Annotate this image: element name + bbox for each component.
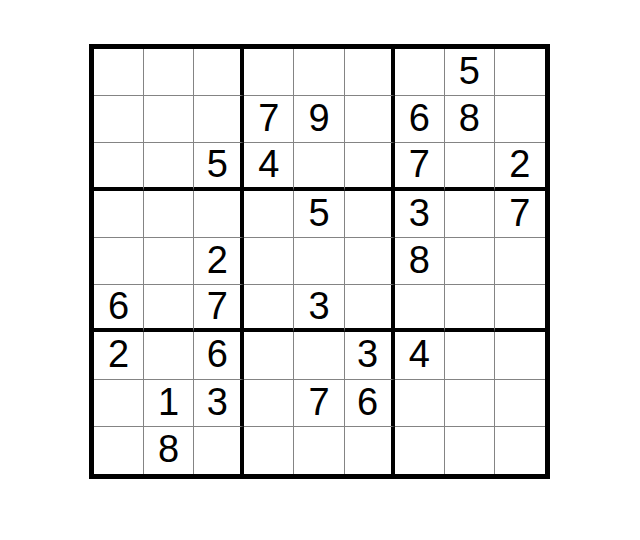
- cell-r8c8[interactable]: [445, 380, 495, 427]
- cell-r6c8[interactable]: [445, 285, 495, 332]
- cell-r8c1[interactable]: [94, 380, 144, 427]
- cell-r7c8[interactable]: [445, 332, 495, 379]
- cell-r2c8[interactable]: 8: [445, 96, 495, 143]
- cell-r9c7[interactable]: [395, 427, 445, 474]
- cell-r6c1[interactable]: 6: [94, 285, 144, 332]
- given-digit: 5: [207, 145, 228, 183]
- given-digit: 7: [207, 287, 228, 325]
- cell-r3c1[interactable]: [94, 143, 144, 190]
- cell-r3c7[interactable]: 7: [395, 143, 445, 190]
- given-digit: 4: [409, 335, 430, 373]
- cell-r5c1[interactable]: [94, 238, 144, 285]
- cell-r9c3[interactable]: [194, 427, 244, 474]
- given-digit: 4: [258, 145, 279, 183]
- cell-r7c3[interactable]: 6: [194, 332, 244, 379]
- given-digit: 2: [108, 335, 129, 373]
- cell-r1c8[interactable]: 5: [445, 49, 495, 96]
- cell-r2c7[interactable]: 6: [395, 96, 445, 143]
- cell-r1c4[interactable]: [244, 49, 294, 96]
- given-digit: 9: [308, 99, 329, 137]
- cell-r5c7[interactable]: 8: [395, 238, 445, 285]
- cell-r8c7[interactable]: [395, 380, 445, 427]
- cell-r4c9[interactable]: 7: [495, 191, 545, 238]
- cell-r2c4[interactable]: 7: [244, 96, 294, 143]
- given-digit: 3: [357, 335, 378, 373]
- cell-r1c9[interactable]: [495, 49, 545, 96]
- cell-r5c3[interactable]: 2: [194, 238, 244, 285]
- cell-r9c5[interactable]: [294, 427, 344, 474]
- given-digit: 8: [158, 430, 179, 468]
- cell-r4c7[interactable]: 3: [395, 191, 445, 238]
- given-digit: 2: [207, 241, 228, 279]
- cell-r1c2[interactable]: [144, 49, 194, 96]
- cell-r4c8[interactable]: [445, 191, 495, 238]
- cell-r8c9[interactable]: [495, 380, 545, 427]
- cell-r6c7[interactable]: [395, 285, 445, 332]
- cell-r9c8[interactable]: [445, 427, 495, 474]
- cell-r4c1[interactable]: [94, 191, 144, 238]
- cell-r6c6[interactable]: [345, 285, 395, 332]
- given-digit: 5: [459, 52, 480, 90]
- cell-r2c1[interactable]: [94, 96, 144, 143]
- given-digit: 3: [409, 194, 430, 232]
- cell-r4c4[interactable]: [244, 191, 294, 238]
- cell-r7c6[interactable]: 3: [345, 332, 395, 379]
- cell-r4c5[interactable]: 5: [294, 191, 344, 238]
- cell-r5c8[interactable]: [445, 238, 495, 285]
- given-digit: 6: [108, 287, 129, 325]
- given-digit: 3: [308, 287, 329, 325]
- cell-r7c9[interactable]: [495, 332, 545, 379]
- given-digit: 7: [409, 145, 430, 183]
- cell-r8c6[interactable]: 6: [345, 380, 395, 427]
- given-digit: 6: [357, 383, 378, 421]
- cell-r6c2[interactable]: [144, 285, 194, 332]
- cell-r6c9[interactable]: [495, 285, 545, 332]
- cell-r9c1[interactable]: [94, 427, 144, 474]
- cell-r1c6[interactable]: [345, 49, 395, 96]
- given-digit: 7: [258, 99, 279, 137]
- cell-r9c2[interactable]: 8: [144, 427, 194, 474]
- cell-r3c9[interactable]: 2: [495, 143, 545, 190]
- cell-r8c5[interactable]: 7: [294, 380, 344, 427]
- cell-r6c4[interactable]: [244, 285, 294, 332]
- cell-r5c5[interactable]: [294, 238, 344, 285]
- cell-r2c6[interactable]: [345, 96, 395, 143]
- cell-r3c6[interactable]: [345, 143, 395, 190]
- cell-r7c7[interactable]: 4: [395, 332, 445, 379]
- cell-r5c4[interactable]: [244, 238, 294, 285]
- given-digit: 3: [207, 383, 228, 421]
- cell-r3c2[interactable]: [144, 143, 194, 190]
- cell-r2c5[interactable]: 9: [294, 96, 344, 143]
- cell-r8c2[interactable]: 1: [144, 380, 194, 427]
- cell-r1c3[interactable]: [194, 49, 244, 96]
- cell-r7c2[interactable]: [144, 332, 194, 379]
- cell-r4c3[interactable]: [194, 191, 244, 238]
- cell-r5c6[interactable]: [345, 238, 395, 285]
- given-digit: 6: [207, 335, 228, 373]
- cell-r5c9[interactable]: [495, 238, 545, 285]
- cell-r1c1[interactable]: [94, 49, 144, 96]
- cell-r7c5[interactable]: [294, 332, 344, 379]
- cell-r9c9[interactable]: [495, 427, 545, 474]
- cell-r1c5[interactable]: [294, 49, 344, 96]
- given-digit: 7: [308, 383, 329, 421]
- cell-r2c2[interactable]: [144, 96, 194, 143]
- given-digit: 8: [459, 99, 480, 137]
- cell-r3c5[interactable]: [294, 143, 344, 190]
- cell-r3c8[interactable]: [445, 143, 495, 190]
- cell-r3c3[interactable]: 5: [194, 143, 244, 190]
- cell-r3c4[interactable]: 4: [244, 143, 294, 190]
- cell-r4c6[interactable]: [345, 191, 395, 238]
- cell-r2c3[interactable]: [194, 96, 244, 143]
- given-digit: 2: [509, 145, 530, 183]
- sudoku-board: 57968547253728673263413768: [89, 44, 550, 479]
- cell-r9c6[interactable]: [345, 427, 395, 474]
- cell-r2c9[interactable]: [495, 96, 545, 143]
- cell-r6c3[interactable]: 7: [194, 285, 244, 332]
- cell-r4c2[interactable]: [144, 191, 194, 238]
- given-digit: 1: [158, 383, 179, 421]
- cell-r8c3[interactable]: 3: [194, 380, 244, 427]
- given-digit: 6: [409, 99, 430, 137]
- cell-r9c4[interactable]: [244, 427, 294, 474]
- cell-r7c1[interactable]: 2: [94, 332, 144, 379]
- given-digit: 5: [308, 194, 329, 232]
- cell-r5c2[interactable]: [144, 238, 194, 285]
- given-digit: 7: [509, 194, 530, 232]
- cell-r7c4[interactable]: [244, 332, 294, 379]
- cell-r8c4[interactable]: [244, 380, 294, 427]
- given-digit: 8: [409, 241, 430, 279]
- cell-r6c5[interactable]: 3: [294, 285, 344, 332]
- cell-r1c7[interactable]: [395, 49, 445, 96]
